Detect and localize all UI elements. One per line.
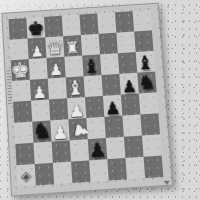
- board-logo-mark: [164, 180, 170, 184]
- white-pawn[interactable]: ♟: [27, 37, 46, 59]
- white-king[interactable]: ♚: [11, 59, 30, 81]
- white-rook[interactable]: ♜: [63, 35, 82, 57]
- photo-scene: ◈ ♚♟♛♜♚♟♝♝♟♝♟♞♟♟♞♟♟♟: [0, 0, 200, 200]
- white-bishop[interactable]: ♝: [66, 76, 85, 98]
- black-pawn[interactable]: ♟: [88, 138, 108, 160]
- black-pawn[interactable]: ♟: [103, 95, 122, 117]
- white-pawn[interactable]: ♟: [50, 119, 69, 141]
- white-queen[interactable]: ♛: [45, 36, 64, 58]
- white-pawn[interactable]: ♟: [67, 97, 86, 119]
- black-knight[interactable]: ♞: [32, 120, 51, 142]
- pieces-layer: ♚♟♛♜♚♟♝♝♟♝♟♞♟♟♞♟♟♟: [9, 10, 164, 187]
- white-pawn[interactable]: ♟: [30, 79, 49, 101]
- black-bishop[interactable]: ♝: [82, 54, 101, 76]
- black-pawn[interactable]: ♟: [119, 73, 138, 95]
- white-pawn[interactable]: ♟: [46, 57, 65, 79]
- black-knight[interactable]: ♞: [137, 72, 156, 94]
- chess-board: ◈ ♚♟♛♜♚♟♝♝♟♝♟♞♟♟♞♟♟♟: [1, 3, 173, 197]
- black-king[interactable]: ♚: [26, 17, 45, 39]
- black-bishop[interactable]: ♝: [136, 51, 155, 73]
